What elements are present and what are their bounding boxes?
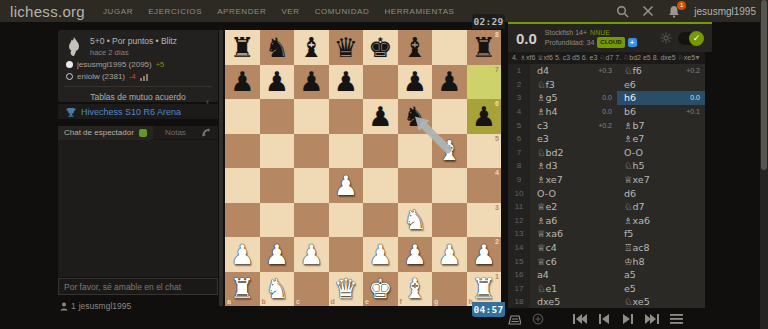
- white-player-name[interactable]: jesusmgl1995 (2095): [77, 60, 152, 69]
- engine-pv-line[interactable]: 4. ♗xf6 ♕xf6 5. c3 d5 6. e3 ♘d7 7. ♘bd2 …: [508, 52, 705, 64]
- engine-depth: Profundidad: 34: [545, 38, 594, 47]
- tab-notes[interactable]: Notas: [153, 128, 198, 137]
- move-san: ♘f6: [624, 65, 642, 76]
- square-c1[interactable]: c: [294, 272, 329, 307]
- spectator-name[interactable]: jesusmgl1995: [79, 301, 131, 311]
- coord-rank-4: 4: [495, 169, 499, 176]
- coord-file-g: g: [434, 298, 438, 305]
- square-h3[interactable]: 3: [467, 203, 502, 238]
- square-b8[interactable]: ♞: [260, 30, 295, 65]
- square-f3[interactable]: ♞: [398, 203, 433, 238]
- white-pawn-g2[interactable]: ♟: [432, 237, 467, 272]
- white-pawn-f2[interactable]: ♟: [398, 237, 433, 272]
- move-4-black[interactable]: b6+0.1: [617, 105, 705, 119]
- move-9-white[interactable]: ♗xe7: [530, 173, 617, 187]
- black-pawn-a7[interactable]: ♟: [225, 65, 260, 100]
- move-san: ♗g5: [537, 92, 558, 103]
- main-menu: JUGAREJERCICIOSAPRENDERVERCOMUNIDADHERRA…: [103, 7, 455, 16]
- white-bishop-f1[interactable]: ♝: [398, 272, 433, 307]
- lichess-analysis-page: lichess.org JUGAREJERCICIOSAPRENDERVERCO…: [0, 0, 768, 329]
- pv-moves: 4. ♗xf6 ♕xf6 5. c3 d5 6. e3 ♘d7 7. ♘bd2 …: [512, 54, 695, 61]
- pv-expand-caret-icon[interactable]: ▼: [694, 52, 701, 64]
- tournament-row[interactable]: Hivechess S10 R6 Arena: [58, 104, 218, 119]
- move-san: ♕c6: [537, 256, 557, 267]
- square-a5[interactable]: [225, 134, 260, 169]
- black-clock: 02:29: [472, 14, 505, 29]
- first-move-button[interactable]: [572, 312, 588, 326]
- move-number: 15: [508, 254, 530, 268]
- trophy-icon: [66, 107, 76, 117]
- coord-file-c: c: [296, 298, 300, 305]
- chess-board: ♜♞♝♛♚♝8♜♟♟♟♟♟♟7♟♞6♟♝5♟4♞3♟♟♟♟♟♟2♟a♜b♞cd♛…: [225, 30, 501, 306]
- white-pawn-e2[interactable]: ♟: [363, 237, 398, 272]
- page-scrollbar[interactable]: [760, 0, 768, 329]
- white-clock: 04:57: [472, 302, 505, 317]
- coord-rank-3: 3: [495, 204, 499, 211]
- move-san: dxe5: [537, 296, 560, 307]
- move-san: ♗h4: [537, 106, 558, 117]
- move-eval: 0.0: [602, 94, 612, 101]
- square-f2[interactable]: ♟: [398, 237, 433, 272]
- move-15-black[interactable]: ♔h8: [617, 254, 705, 268]
- engine-settings-gear-icon[interactable]: [660, 32, 672, 44]
- coord-rank-5: 5: [495, 135, 499, 142]
- move-number: 9: [508, 173, 530, 187]
- move-12-white[interactable]: ♗a6: [530, 214, 617, 228]
- engine-toggle-knob[interactable]: ✓: [689, 31, 704, 46]
- square-a8[interactable]: ♜: [225, 30, 260, 65]
- move-san: ♘f3: [537, 79, 555, 90]
- square-g2[interactable]: ♟: [432, 237, 467, 272]
- move-san: ♗a6: [537, 215, 557, 226]
- move-san: d4: [537, 65, 549, 76]
- game-date-label: hace 2 días: [90, 48, 177, 57]
- engine-name: Stockfish 14+: [545, 28, 587, 37]
- move-san: ♕xa6: [537, 228, 563, 239]
- move-13-black[interactable]: f5: [617, 227, 705, 241]
- move-7-black[interactable]: O-O: [617, 146, 705, 160]
- black-pawn-b7[interactable]: ♟: [260, 65, 295, 100]
- black-rook-a8[interactable]: ♜: [225, 30, 260, 65]
- move-san: O-O: [624, 147, 643, 158]
- square-d7[interactable]: ♟: [329, 65, 364, 100]
- black-pawn-g7[interactable]: ♟: [432, 65, 467, 100]
- engine-eval: 0.0: [516, 30, 537, 47]
- menu-hamburger-icon[interactable]: [668, 312, 684, 326]
- move-10-white[interactable]: O-O: [530, 186, 617, 200]
- move-eval: +0.1: [686, 108, 700, 115]
- last-move-button[interactable]: [644, 312, 660, 326]
- top-navigation: lichess.org JUGAREJERCICIOSAPRENDERVERCO…: [0, 0, 768, 22]
- move-eval: 0.0: [690, 94, 700, 101]
- square-h2[interactable]: 2♟: [467, 237, 502, 272]
- black-pawn-f7[interactable]: ♟: [398, 65, 433, 100]
- move-16-white[interactable]: a4: [530, 268, 617, 282]
- move-8-black[interactable]: ♘h5: [617, 159, 705, 173]
- square-f5[interactable]: [398, 134, 433, 169]
- square-b5[interactable]: [260, 134, 295, 169]
- square-h4[interactable]: 4: [467, 168, 502, 203]
- square-f7[interactable]: ♟: [398, 65, 433, 100]
- move-7-white[interactable]: ♘bd2: [530, 146, 617, 160]
- engine-nnue-tag: NNUE: [590, 28, 610, 37]
- square-f4[interactable]: [398, 168, 433, 203]
- game-result-label: Tablas de mutuo acuerdo: [66, 92, 210, 102]
- move-san: ♘bd2: [537, 147, 564, 158]
- square-d3[interactable]: [329, 203, 364, 238]
- move-3-black[interactable]: h60.0: [617, 91, 705, 105]
- black-pawn-c7[interactable]: ♟: [294, 65, 329, 100]
- black-queen-d8[interactable]: ♛: [329, 30, 364, 65]
- square-c2[interactable]: ♟: [294, 237, 329, 272]
- notification-badge: 1: [677, 1, 686, 10]
- square-b2[interactable]: ♟: [260, 237, 295, 272]
- move-12-black[interactable]: ♗xa6: [617, 214, 705, 228]
- square-e5[interactable]: [363, 134, 398, 169]
- move-number: 5: [508, 118, 530, 132]
- move-san: ♕c4: [537, 242, 557, 253]
- nav-item-herramientas[interactable]: HERRAMIENTAS: [384, 7, 454, 16]
- move-san: e5: [624, 283, 636, 294]
- move-number: 17: [508, 282, 530, 296]
- nav-item-ejercicios[interactable]: EJERCICIOS: [148, 7, 202, 16]
- next-move-button[interactable]: [620, 312, 636, 326]
- white-knight-f3[interactable]: ♞: [398, 203, 433, 238]
- move-17-black[interactable]: e5: [617, 282, 705, 296]
- move-san: ♕xe7: [624, 174, 650, 185]
- move-2-white[interactable]: ♘f3: [530, 78, 617, 92]
- move-number: 16: [508, 268, 530, 282]
- move-6-white[interactable]: e3: [530, 132, 617, 146]
- square-d6[interactable]: [329, 99, 364, 134]
- square-g1[interactable]: g: [432, 272, 467, 307]
- move-eval: 0.0: [602, 108, 612, 115]
- spectator-list: 1 jesusmgl1995: [60, 301, 131, 311]
- white-pawn-b2[interactable]: ♟: [260, 237, 295, 272]
- black-knight-f6[interactable]: ♞: [398, 99, 433, 134]
- square-b3[interactable]: [260, 203, 295, 238]
- move-14-white[interactable]: ♕c4: [530, 241, 617, 255]
- analysis-board-icon[interactable]: [506, 312, 522, 326]
- square-b1[interactable]: b♞: [260, 272, 295, 307]
- move-4-white[interactable]: ♗h40.0: [530, 105, 617, 119]
- spectator-person-icon: [60, 302, 68, 311]
- square-e4[interactable]: [363, 168, 398, 203]
- scrollbar-thumb[interactable]: [761, 0, 767, 170]
- challenge-icon[interactable]: [642, 5, 655, 18]
- spectator-count: 1: [71, 301, 76, 311]
- move-san: e3: [537, 133, 549, 144]
- move-san: c3: [537, 120, 548, 131]
- black-player-name[interactable]: eniolw (2381): [77, 72, 125, 81]
- square-d1[interactable]: d♛: [329, 272, 364, 307]
- move-san: f5: [624, 228, 633, 239]
- square-b7[interactable]: ♟: [260, 65, 295, 100]
- black-rating-change: -4: [129, 72, 136, 81]
- move-number: 13: [508, 227, 530, 241]
- time-control-label: 5+0 • Por puntos • Blitz: [90, 36, 177, 46]
- square-d2[interactable]: [329, 237, 364, 272]
- move-san: O-O: [537, 188, 556, 199]
- square-e3[interactable]: [363, 203, 398, 238]
- move-16-black[interactable]: a5: [617, 268, 705, 282]
- move-san: ♗xe7: [537, 174, 563, 185]
- nav-item-aprender[interactable]: APRENDER: [217, 7, 266, 16]
- move-number: 4: [508, 105, 530, 119]
- square-a6[interactable]: [225, 99, 260, 134]
- move-number: 12: [508, 214, 530, 228]
- previous-move-button[interactable]: [596, 312, 612, 326]
- square-e1[interactable]: e♚: [363, 272, 398, 307]
- notifications-bell-icon[interactable]: 1: [668, 5, 681, 18]
- move-san: ♘e1: [537, 283, 557, 294]
- square-f1[interactable]: f♝: [398, 272, 433, 307]
- black-bishop-c8[interactable]: ♝: [294, 30, 329, 65]
- move-number: 2: [508, 78, 530, 92]
- chat-phone-icon[interactable]: [198, 127, 214, 138]
- white-pawn-d4[interactable]: ♟: [329, 168, 364, 203]
- move-3-white[interactable]: ♗g50.0: [530, 91, 617, 105]
- square-c3[interactable]: [294, 203, 329, 238]
- move-number: 8: [508, 159, 530, 173]
- move-number: 3: [508, 91, 530, 105]
- tab-spectator-chat[interactable]: Chat de espectador: [58, 126, 153, 140]
- cloud-badge: CLOUD: [597, 37, 624, 48]
- coord-rank-7: 7: [495, 66, 499, 73]
- divider: [64, 86, 212, 87]
- black-rook-h8[interactable]: ♜: [467, 30, 502, 65]
- square-a4[interactable]: [225, 168, 260, 203]
- square-e8[interactable]: ♚: [363, 30, 398, 65]
- player-black-row[interactable]: eniolw (2381) -4: [66, 72, 210, 81]
- white-knight-b1[interactable]: ♞: [260, 272, 295, 307]
- move-number: 7: [508, 146, 530, 160]
- move-eval: +0.2: [686, 67, 700, 74]
- lichess-logo[interactable]: lichess.org: [10, 3, 85, 20]
- white-bishop-g5[interactable]: ♝: [432, 134, 467, 169]
- move-10-black[interactable]: d6: [617, 186, 705, 200]
- square-f6[interactable]: ♞: [398, 99, 433, 134]
- black-color-icon: [66, 73, 73, 80]
- square-c7[interactable]: ♟: [294, 65, 329, 100]
- square-a7[interactable]: ♟: [225, 65, 260, 100]
- square-e7[interactable]: [363, 65, 398, 100]
- square-b4[interactable]: [260, 168, 295, 203]
- move-san: b6: [624, 106, 636, 117]
- square-c5[interactable]: [294, 134, 329, 169]
- square-h8[interactable]: 8♜: [467, 30, 502, 65]
- nav-item-ver[interactable]: VER: [281, 7, 299, 16]
- move-1-white[interactable]: d4+0.3: [530, 64, 617, 78]
- square-e6[interactable]: ♟: [363, 99, 398, 134]
- chat-messages: [58, 140, 218, 276]
- black-pawn-d7[interactable]: ♟: [329, 65, 364, 100]
- move-14-black[interactable]: ♖ac8: [617, 241, 705, 255]
- move-san: ♘d7: [624, 201, 645, 212]
- eval-gauge: [219, 30, 223, 306]
- nav-item-jugar[interactable]: JUGAR: [103, 7, 133, 16]
- move-17-white[interactable]: ♘e1: [530, 282, 617, 296]
- move-9-black[interactable]: ♕xe7: [617, 173, 705, 187]
- square-c4[interactable]: [294, 168, 329, 203]
- move-number: 1: [508, 64, 530, 78]
- tournament-link[interactable]: Hivechess S10 R6 Arena: [81, 107, 181, 117]
- move-number: 6: [508, 132, 530, 146]
- square-h7[interactable]: 7: [467, 65, 502, 100]
- white-queen-d1[interactable]: ♛: [329, 272, 364, 307]
- move-san: h6: [624, 92, 636, 103]
- black-pawn-h6[interactable]: ♟: [467, 99, 502, 134]
- square-c6[interactable]: [294, 99, 329, 134]
- square-a1[interactable]: a♜: [225, 272, 260, 307]
- square-d4[interactable]: ♟: [329, 168, 364, 203]
- move-15-white[interactable]: ♕c6: [530, 254, 617, 268]
- square-b6[interactable]: [260, 99, 295, 134]
- move-san: a5: [624, 269, 636, 280]
- move-san: ♔h8: [624, 256, 645, 267]
- move-eval: +0.2: [598, 122, 612, 129]
- chat-toggle[interactable]: [139, 129, 147, 137]
- move-5-black[interactable]: ♗b7: [617, 118, 705, 132]
- move-san: a4: [537, 269, 549, 280]
- game-info-box: 5+0 • Por puntos • Blitz hace 2 días jes…: [58, 30, 218, 102]
- move-1-black[interactable]: ♘f6+0.2: [617, 64, 705, 78]
- white-pawn-c2[interactable]: ♟: [294, 237, 329, 272]
- move-number: 14: [508, 241, 530, 255]
- black-knight-b8[interactable]: ♞: [260, 30, 295, 65]
- engine-toggle[interactable]: ✓: [678, 32, 704, 45]
- move-18-black[interactable]: ♘xe5: [617, 295, 705, 308]
- white-rook-h1[interactable]: ♜: [467, 272, 502, 307]
- square-a3[interactable]: [225, 203, 260, 238]
- player-white-row[interactable]: jesusmgl1995 (2095) +5: [66, 60, 210, 69]
- search-icon[interactable]: [616, 5, 629, 18]
- move-eval: +0.3: [598, 67, 612, 74]
- deeper-plus-badge[interactable]: +: [628, 38, 637, 47]
- nav-right: 1 jesusmgl1995: [616, 0, 756, 22]
- move-8-white[interactable]: ♗d3: [530, 159, 617, 173]
- move-number: 10: [508, 186, 530, 200]
- move-san: ♗xa6: [624, 215, 650, 226]
- square-h5[interactable]: 5: [467, 134, 502, 169]
- move-san: ♘h5: [624, 160, 645, 171]
- nav-item-comunidad[interactable]: COMUNIDAD: [315, 7, 370, 16]
- move-san: ♖ac8: [624, 242, 650, 253]
- square-g8[interactable]: [432, 30, 467, 65]
- white-color-icon: [66, 61, 73, 68]
- square-f8[interactable]: ♝: [398, 30, 433, 65]
- square-d5[interactable]: [329, 134, 364, 169]
- move-san: ♕e2: [537, 201, 557, 212]
- square-h1[interactable]: h1♜: [467, 272, 502, 307]
- move-6-black[interactable]: ♗e7: [617, 132, 705, 146]
- white-rook-a1[interactable]: ♜: [225, 272, 260, 307]
- move-number: 18: [508, 295, 530, 308]
- chat-tab-label: Chat de espectador: [64, 128, 134, 137]
- blitz-flame-icon: [66, 37, 82, 57]
- move-list: 1d4+0.3♘f6+0.22♘f3e63♗g50.0h60.04♗h40.0b…: [508, 64, 705, 308]
- circle-plus-icon[interactable]: [530, 312, 546, 326]
- white-rating-change: +5: [156, 60, 165, 69]
- white-pawn-h2[interactable]: ♟: [467, 237, 502, 272]
- move-number: 11: [508, 200, 530, 214]
- rating-stairs-icon: [140, 73, 148, 81]
- move-san: ♘xe5: [624, 296, 650, 307]
- sidebar-collapse-handle[interactable]: ‹: [206, 97, 211, 108]
- move-18-white[interactable]: dxe5: [530, 295, 617, 308]
- move-2-black[interactable]: e6: [617, 78, 705, 92]
- square-h6[interactable]: 6♟: [467, 99, 502, 134]
- square-g3[interactable]: [432, 203, 467, 238]
- move-san: ♗d3: [537, 160, 558, 171]
- square-a2[interactable]: ♟: [225, 237, 260, 272]
- username-menu[interactable]: jesusmgl1995: [694, 6, 756, 17]
- move-13-white[interactable]: ♕xa6: [530, 227, 617, 241]
- chat-box: Chat de espectador Notas: [58, 126, 218, 277]
- square-g6[interactable]: [432, 99, 467, 134]
- move-5-white[interactable]: c3+0.2: [530, 118, 617, 132]
- engine-header: 0.0 Stockfish 14+ NNUE Profundidad: 34 C…: [508, 24, 712, 52]
- square-c8[interactable]: ♝: [294, 30, 329, 65]
- black-king-e8[interactable]: ♚: [363, 30, 398, 65]
- chat-input[interactable]: [58, 278, 218, 295]
- move-11-black[interactable]: ♘d7: [617, 200, 705, 214]
- move-san: ♗e7: [624, 133, 644, 144]
- square-d8[interactable]: ♛: [329, 30, 364, 65]
- move-11-white[interactable]: ♕e2: [530, 200, 617, 214]
- analysis-controls: [506, 310, 706, 328]
- white-king-e1[interactable]: ♚: [363, 272, 398, 307]
- chat-header: Chat de espectador Notas: [58, 126, 218, 140]
- black-bishop-f8[interactable]: ♝: [398, 30, 433, 65]
- white-pawn-a2[interactable]: ♟: [225, 237, 260, 272]
- black-pawn-e6[interactable]: ♟: [363, 99, 398, 134]
- move-san: ♗b7: [624, 120, 645, 131]
- move-san: e6: [624, 79, 636, 90]
- square-e2[interactable]: ♟: [363, 237, 398, 272]
- square-g7[interactable]: ♟: [432, 65, 467, 100]
- square-g4[interactable]: [432, 168, 467, 203]
- square-g5[interactable]: ♝: [432, 134, 467, 169]
- move-san: d6: [624, 188, 636, 199]
